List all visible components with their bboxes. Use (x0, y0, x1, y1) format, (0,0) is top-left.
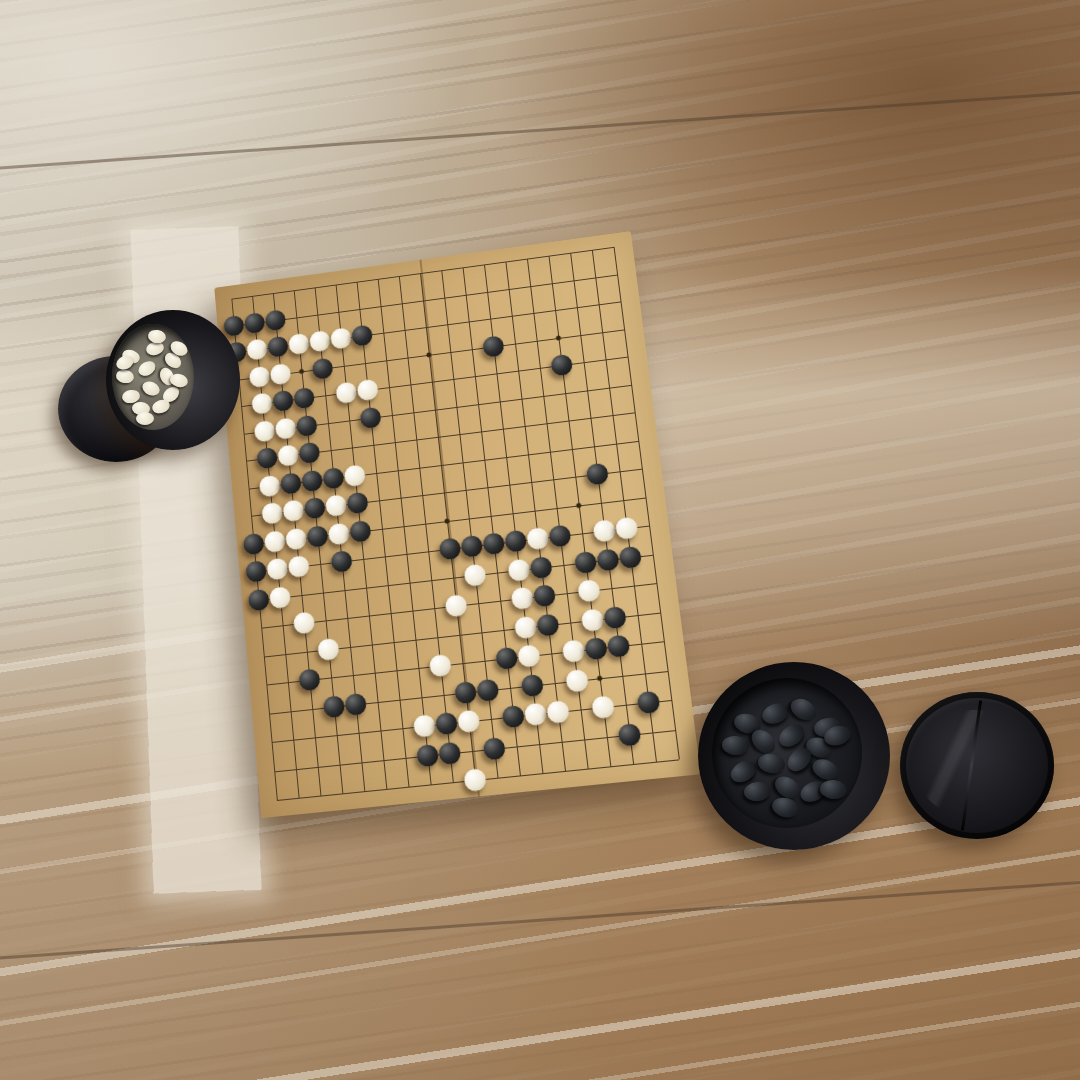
black-stone[interactable] (359, 406, 381, 429)
white-stone-bowl (106, 310, 240, 450)
plank-seam (0, 88, 1080, 171)
white-stone[interactable] (288, 333, 310, 356)
bowl-black-stone (721, 735, 750, 756)
white-stone[interactable] (309, 330, 331, 353)
bowl-black-stone (760, 700, 792, 727)
white-stone[interactable] (269, 586, 291, 609)
white-stone[interactable] (615, 516, 639, 540)
white-stone[interactable] (317, 637, 340, 660)
white-stone[interactable] (463, 563, 486, 586)
white-stone[interactable] (511, 586, 535, 610)
black-stone[interactable] (298, 441, 320, 464)
white-stone[interactable] (266, 557, 288, 580)
white-stone[interactable] (249, 365, 271, 388)
black-stone[interactable] (267, 335, 289, 357)
star-point (556, 335, 562, 340)
white-stone[interactable] (581, 608, 605, 632)
white-stone[interactable] (344, 464, 366, 487)
black-stone[interactable] (272, 389, 294, 412)
black-stone[interactable] (438, 537, 461, 560)
bowl-white-stone (140, 379, 162, 398)
black-stone[interactable] (256, 447, 278, 470)
black-stone[interactable] (533, 584, 557, 608)
black-stone[interactable] (245, 560, 267, 583)
black-stone[interactable] (596, 548, 620, 572)
bowl-black-stone (770, 795, 801, 820)
black-stone[interactable] (323, 695, 346, 718)
white-stone[interactable] (330, 327, 352, 350)
black-stone[interactable] (243, 532, 265, 555)
black-stone[interactable] (296, 414, 318, 437)
black-stone[interactable] (548, 524, 572, 547)
black-stone[interactable] (550, 354, 573, 377)
star-point (597, 675, 603, 681)
black-stone[interactable] (301, 469, 323, 492)
black-stone[interactable] (607, 634, 631, 658)
white-stone[interactable] (288, 555, 310, 578)
white-stone[interactable] (445, 594, 468, 617)
white-stone[interactable] (282, 499, 304, 522)
black-stone[interactable] (536, 613, 560, 637)
white-stone-pile (112, 324, 194, 430)
white-stone[interactable] (259, 474, 281, 497)
white-stone[interactable] (565, 668, 589, 692)
black-stone[interactable] (322, 466, 344, 489)
white-stone[interactable] (526, 527, 550, 550)
bowl-white-stone (136, 358, 158, 378)
black-bowl-lid (900, 692, 1054, 839)
black-stone[interactable] (603, 605, 627, 629)
white-stone[interactable] (517, 644, 541, 668)
black-stone[interactable] (312, 357, 334, 380)
black-stone[interactable] (330, 550, 353, 573)
star-point (576, 502, 582, 508)
white-stone[interactable] (275, 417, 297, 440)
bowl-black-stone (787, 695, 820, 725)
black-stone[interactable] (416, 743, 439, 767)
white-stone[interactable] (524, 702, 548, 726)
white-stone[interactable] (251, 392, 273, 415)
white-stone[interactable] (254, 419, 276, 442)
black-stone[interactable] (617, 722, 641, 746)
white-stone[interactable] (592, 519, 616, 543)
black-stone[interactable] (435, 712, 458, 736)
black-stone[interactable] (344, 692, 367, 715)
black-stone[interactable] (298, 668, 321, 691)
black-stone[interactable] (351, 324, 373, 347)
white-stone[interactable] (261, 502, 283, 525)
white-stone[interactable] (264, 530, 286, 553)
white-stone[interactable] (325, 494, 347, 517)
white-stone[interactable] (546, 700, 570, 724)
black-stone[interactable] (504, 529, 527, 552)
black-stone[interactable] (586, 462, 610, 485)
black-stone[interactable] (482, 532, 505, 555)
white-stone[interactable] (514, 615, 538, 639)
white-stone[interactable] (577, 579, 601, 603)
black-stone[interactable] (265, 309, 287, 331)
black-stone[interactable] (618, 545, 642, 569)
black-stone[interactable] (636, 690, 660, 714)
white-stone[interactable] (357, 379, 379, 402)
bowl-white-stone (115, 369, 135, 385)
white-stone[interactable] (507, 558, 530, 581)
white-stone[interactable] (429, 654, 452, 678)
board-grid[interactable] (214, 231, 701, 818)
black-stone[interactable] (306, 524, 328, 547)
bowl-white-stone (136, 412, 154, 425)
white-stone[interactable] (285, 527, 307, 550)
black-stone[interactable] (482, 736, 506, 760)
star-point (299, 368, 304, 373)
black-stone[interactable] (349, 519, 372, 542)
black-stone[interactable] (454, 680, 477, 704)
white-stone[interactable] (463, 768, 487, 792)
black-stone[interactable] (280, 472, 302, 495)
black-stone-bowl (698, 662, 890, 850)
white-stone[interactable] (293, 611, 316, 634)
black-stone[interactable] (460, 535, 483, 558)
bowl-black-stone (743, 781, 772, 802)
lid-gloss (914, 710, 1034, 818)
white-stone[interactable] (328, 522, 351, 545)
bowl-black-stone (757, 752, 787, 775)
go-board[interactable] (214, 231, 701, 818)
black-stone[interactable] (520, 673, 544, 697)
black-stone[interactable] (223, 314, 245, 336)
white-stone[interactable] (562, 639, 586, 663)
black-stone[interactable] (495, 647, 519, 671)
white-stone[interactable] (277, 444, 299, 467)
white-stone[interactable] (270, 362, 292, 385)
black-stone[interactable] (346, 491, 369, 514)
black-stone[interactable] (438, 741, 461, 765)
white-stone[interactable] (413, 714, 436, 738)
black-stone[interactable] (304, 497, 326, 520)
black-stone[interactable] (529, 555, 553, 578)
white-stone[interactable] (457, 709, 481, 733)
black-stone[interactable] (584, 637, 608, 661)
black-stone[interactable] (248, 588, 270, 611)
black-stone[interactable] (293, 387, 315, 410)
black-stone[interactable] (482, 335, 505, 358)
black-stone[interactable] (501, 705, 525, 729)
white-stone[interactable] (591, 695, 615, 719)
white-stone[interactable] (246, 338, 268, 360)
black-stone[interactable] (476, 678, 500, 702)
black-stone-pile (712, 678, 862, 828)
black-stone[interactable] (244, 311, 266, 333)
bowl-black-stone (819, 779, 848, 800)
black-stone[interactable] (574, 550, 598, 574)
white-stone[interactable] (335, 381, 357, 404)
